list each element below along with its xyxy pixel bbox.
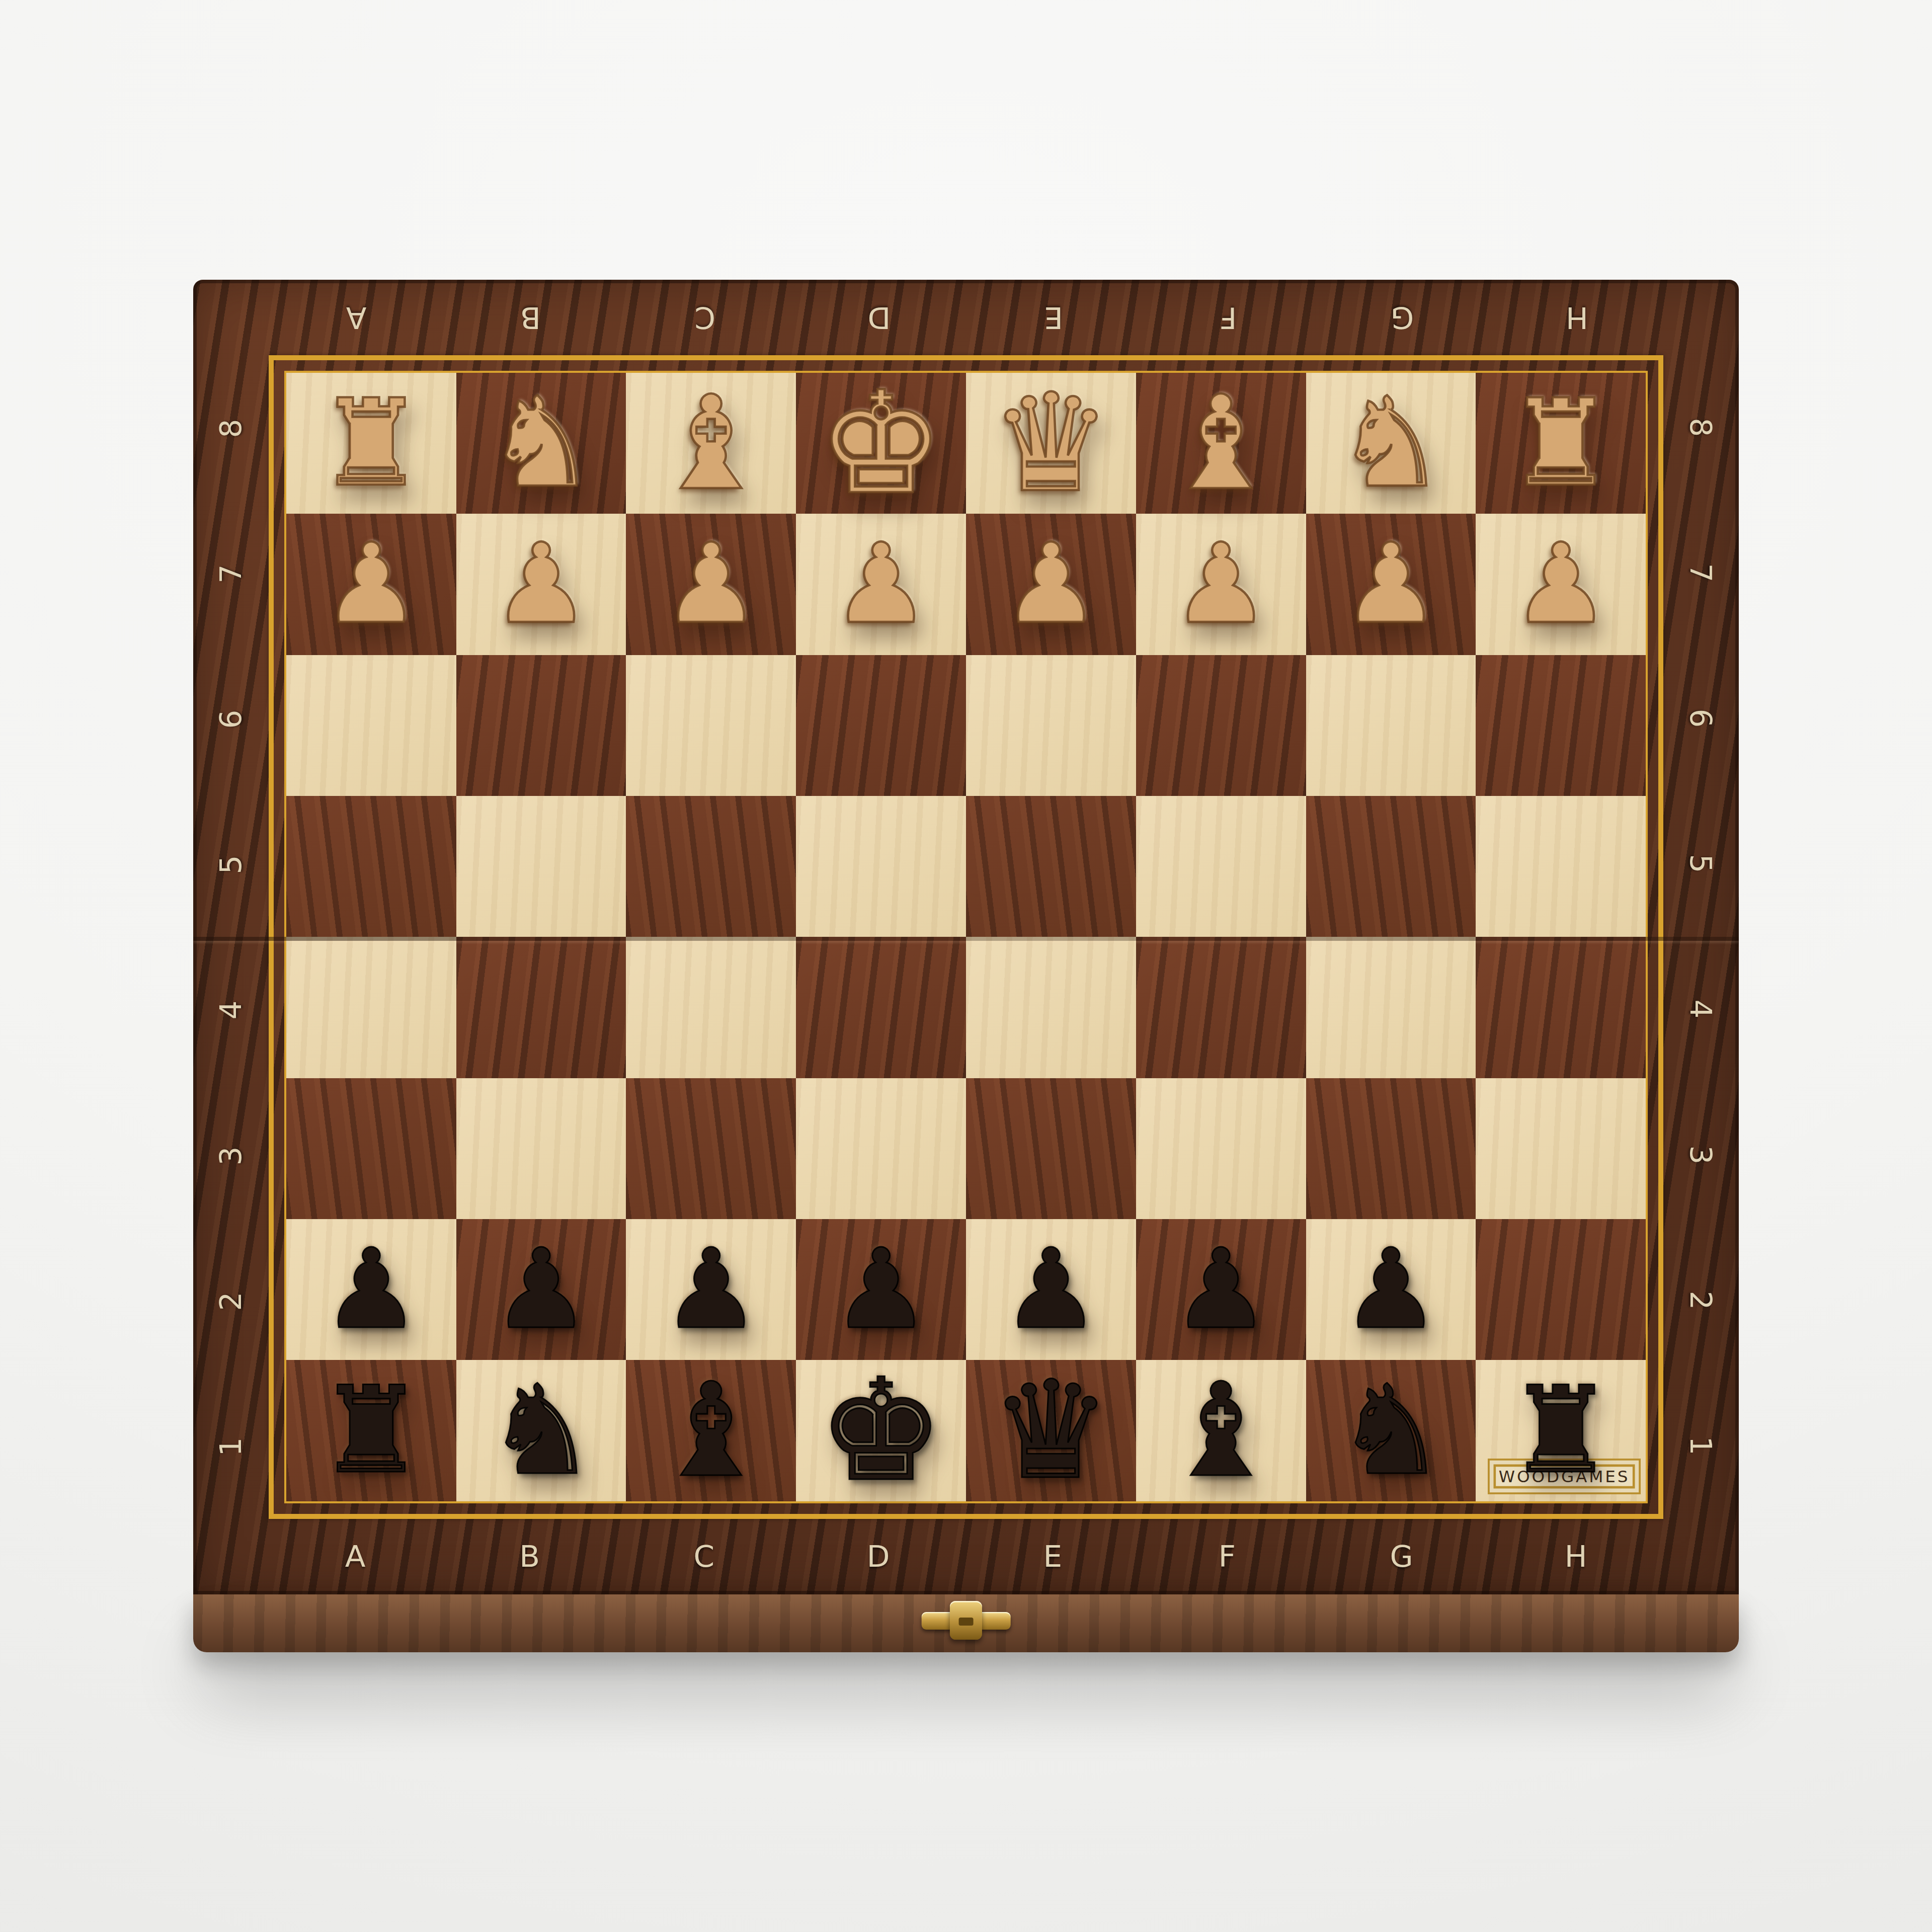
square-f2[interactable]: ♟ — [1136, 1219, 1306, 1360]
piece-black-rook-h1: ♜ — [1507, 1371, 1615, 1490]
square-e8[interactable]: ♛ — [966, 373, 1136, 514]
file-labels-far: ABCDEFGH — [269, 280, 1664, 355]
board-edge-face — [193, 1594, 1739, 1652]
file-label-near-d: D — [791, 1539, 966, 1574]
piece-black-knight-g1: ♞ — [1335, 1369, 1446, 1493]
square-a3[interactable] — [286, 1078, 456, 1219]
square-b2[interactable]: ♟ — [456, 1219, 626, 1360]
square-e4[interactable] — [966, 937, 1136, 1078]
piece-black-pawn-c2: ♟ — [662, 1235, 760, 1345]
piece-white-knight-b8: ♞ — [486, 381, 596, 505]
square-b7[interactable]: ♟ — [456, 514, 626, 655]
square-d6[interactable] — [796, 655, 966, 796]
piece-black-pawn-f2: ♟ — [1172, 1235, 1270, 1345]
square-f1[interactable]: ♝ — [1136, 1360, 1306, 1501]
brass-clasp-icon — [922, 1601, 1011, 1640]
square-e6[interactable] — [966, 655, 1136, 796]
rank-label-right-1: 1 — [1684, 1436, 1719, 1456]
square-h1[interactable]: WOODGAMES♜ — [1476, 1360, 1646, 1501]
square-b5[interactable] — [456, 796, 626, 937]
square-c8[interactable]: ♝ — [626, 373, 796, 514]
square-b4[interactable] — [456, 937, 626, 1078]
piece-black-king-d1: ♚ — [818, 1360, 944, 1501]
piece-white-pawn-b7: ♟ — [492, 529, 590, 639]
file-label-far-f: F — [1141, 300, 1315, 335]
piece-white-pawn-g7: ♟ — [1341, 529, 1440, 639]
piece-white-pawn-h7: ♟ — [1511, 529, 1610, 639]
rank-label-left-2: 2 — [213, 1291, 248, 1311]
piece-black-queen-e1: ♛ — [990, 1363, 1111, 1498]
rank-label-right-5: 5 — [1684, 854, 1719, 874]
rank-label-left-1: 1 — [213, 1436, 248, 1456]
piece-black-bishop-f1: ♝ — [1163, 1366, 1279, 1495]
studio-backdrop: ABCDEFGH 87654321 ♜♞♝♚♛♝♞♜♟♟♟♟♟♟♟♟♟♟♟♟♟♟… — [0, 0, 1932, 1932]
rank-label-right-2: 2 — [1684, 1291, 1719, 1311]
square-h6[interactable] — [1476, 655, 1646, 796]
file-label-far-h: H — [1489, 300, 1664, 335]
square-e7[interactable]: ♟ — [966, 514, 1136, 655]
square-c6[interactable] — [626, 655, 796, 796]
square-a4[interactable] — [286, 937, 456, 1078]
square-c4[interactable] — [626, 937, 796, 1078]
square-g2[interactable]: ♟ — [1306, 1219, 1476, 1360]
file-label-far-b: B — [443, 300, 617, 335]
square-b6[interactable] — [456, 655, 626, 796]
piece-white-knight-g8: ♞ — [1335, 381, 1446, 505]
square-d4[interactable] — [796, 937, 966, 1078]
square-e5[interactable] — [966, 796, 1136, 937]
piece-white-pawn-e7: ♟ — [1002, 529, 1100, 639]
rank-label-left-7: 7 — [213, 563, 248, 584]
piece-black-pawn-b2: ♟ — [492, 1235, 590, 1345]
square-f7[interactable]: ♟ — [1136, 514, 1306, 655]
square-a1[interactable]: ♜ — [286, 1360, 456, 1501]
file-labels-near: ABCDEFGH — [269, 1519, 1664, 1594]
square-d3[interactable] — [796, 1078, 966, 1219]
square-g6[interactable] — [1306, 655, 1476, 796]
square-g8[interactable]: ♞ — [1306, 373, 1476, 514]
square-h2[interactable] — [1476, 1219, 1646, 1360]
file-label-far-c: C — [617, 300, 792, 335]
square-d7[interactable]: ♟ — [796, 514, 966, 655]
square-d1[interactable]: ♚ — [796, 1360, 966, 1501]
piece-black-bishop-c1: ♝ — [653, 1366, 769, 1495]
square-f8[interactable]: ♝ — [1136, 373, 1306, 514]
square-f6[interactable] — [1136, 655, 1306, 796]
square-e3[interactable] — [966, 1078, 1136, 1219]
square-c1[interactable]: ♝ — [626, 1360, 796, 1501]
square-a2[interactable]: ♟ — [286, 1219, 456, 1360]
rank-label-right-7: 7 — [1684, 563, 1719, 584]
piece-black-pawn-g2: ♟ — [1341, 1235, 1440, 1345]
piece-white-bishop-c8: ♝ — [653, 379, 769, 508]
square-h4[interactable] — [1476, 937, 1646, 1078]
clasp-slot — [959, 1618, 973, 1626]
rank-label-right-4: 4 — [1684, 1000, 1719, 1020]
square-h3[interactable] — [1476, 1078, 1646, 1219]
file-label-near-a: A — [269, 1539, 443, 1574]
square-g3[interactable] — [1306, 1078, 1476, 1219]
piece-black-pawn-d2: ♟ — [832, 1235, 930, 1345]
square-d8[interactable]: ♚ — [796, 373, 966, 514]
piece-black-pawn-a2: ♟ — [322, 1235, 421, 1345]
piece-white-pawn-c7: ♟ — [662, 529, 760, 639]
fold-seam-line — [193, 937, 1739, 941]
piece-black-rook-a1: ♜ — [317, 1371, 425, 1490]
piece-white-pawn-d7: ♟ — [832, 529, 930, 639]
piece-black-knight-b1: ♞ — [486, 1369, 596, 1493]
square-c7[interactable]: ♟ — [626, 514, 796, 655]
square-h8[interactable]: ♜ — [1476, 373, 1646, 514]
piece-white-king-d8: ♚ — [818, 373, 944, 514]
piece-white-pawn-f7: ♟ — [1172, 529, 1270, 639]
piece-white-queen-e8: ♛ — [990, 376, 1111, 511]
square-a6[interactable] — [286, 655, 456, 796]
piece-white-bishop-f8: ♝ — [1163, 379, 1279, 508]
file-label-near-e: E — [966, 1539, 1141, 1574]
square-a5[interactable] — [286, 796, 456, 937]
square-g5[interactable] — [1306, 796, 1476, 937]
square-f5[interactable] — [1136, 796, 1306, 937]
square-e1[interactable]: ♛ — [966, 1360, 1136, 1501]
square-b3[interactable] — [456, 1078, 626, 1219]
square-c3[interactable] — [626, 1078, 796, 1219]
file-label-near-c: C — [617, 1539, 792, 1574]
piece-black-pawn-e2: ♟ — [1002, 1235, 1100, 1345]
rank-label-right-6: 6 — [1684, 709, 1719, 729]
piece-white-pawn-a7: ♟ — [322, 529, 421, 639]
rank-label-left-6: 6 — [213, 709, 248, 729]
file-label-far-a: A — [269, 300, 443, 335]
rank-label-right-8: 8 — [1684, 418, 1719, 438]
folding-chess-set: ABCDEFGH 87654321 ♜♞♝♚♛♝♞♜♟♟♟♟♟♟♟♟♟♟♟♟♟♟… — [193, 280, 1739, 1652]
file-label-near-h: H — [1489, 1539, 1664, 1574]
file-label-near-b: B — [443, 1539, 617, 1574]
square-f3[interactable] — [1136, 1078, 1306, 1219]
square-f4[interactable] — [1136, 937, 1306, 1078]
file-label-far-e: E — [966, 300, 1141, 335]
square-g1[interactable]: ♞ — [1306, 1360, 1476, 1501]
square-h5[interactable] — [1476, 796, 1646, 937]
square-c2[interactable]: ♟ — [626, 1219, 796, 1360]
square-a7[interactable]: ♟ — [286, 514, 456, 655]
square-h7[interactable]: ♟ — [1476, 514, 1646, 655]
file-label-near-f: F — [1141, 1539, 1315, 1574]
rank-label-left-5: 5 — [213, 854, 248, 874]
square-c5[interactable] — [626, 796, 796, 937]
square-b1[interactable]: ♞ — [456, 1360, 626, 1501]
file-label-far-d: D — [791, 300, 966, 335]
rank-label-right-3: 3 — [1684, 1145, 1719, 1165]
square-e2[interactable]: ♟ — [966, 1219, 1136, 1360]
square-g7[interactable]: ♟ — [1306, 514, 1476, 655]
rank-label-left-3: 3 — [213, 1145, 248, 1165]
board-frame: ABCDEFGH 87654321 ♜♞♝♚♛♝♞♜♟♟♟♟♟♟♟♟♟♟♟♟♟♟… — [193, 280, 1739, 1594]
rank-label-left-4: 4 — [213, 1000, 248, 1020]
square-d5[interactable] — [796, 796, 966, 937]
square-b8[interactable]: ♞ — [456, 373, 626, 514]
square-a8[interactable]: ♜ — [286, 373, 456, 514]
square-g4[interactable] — [1306, 937, 1476, 1078]
square-d2[interactable]: ♟ — [796, 1219, 966, 1360]
file-label-far-g: G — [1315, 300, 1489, 335]
piece-white-rook-h8: ♜ — [1507, 383, 1615, 503]
file-label-near-g: G — [1315, 1539, 1489, 1574]
rank-label-left-8: 8 — [213, 418, 248, 438]
piece-white-rook-a8: ♜ — [317, 383, 425, 503]
